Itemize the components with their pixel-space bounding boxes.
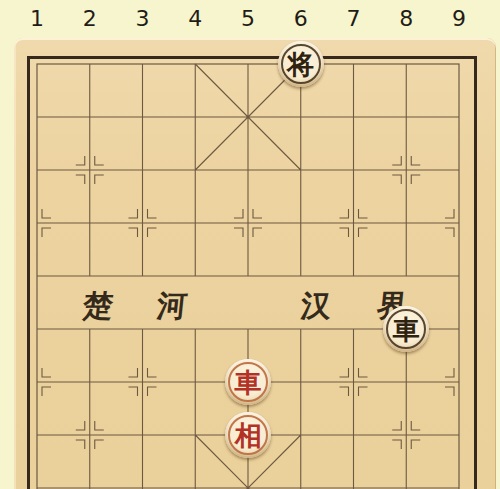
xiangqi-app-screen: 123456789 楚河汉界 将車車相 [0, 0, 500, 489]
river-char-1: 楚 [74, 286, 122, 327]
piece-glyph: 車 [393, 316, 420, 343]
piece-red-chariot[interactable]: 車 [225, 359, 271, 405]
piece-red-elephant[interactable]: 相 [225, 412, 271, 458]
river-char-3: 汉 [292, 286, 340, 327]
piece-glyph: 将 [287, 51, 314, 78]
piece-glyph: 相 [235, 422, 262, 449]
piece-black-chariot[interactable]: 車 [383, 306, 429, 352]
piece-black-general[interactable]: 将 [278, 41, 324, 87]
river-char-2: 河 [148, 286, 196, 327]
piece-glyph: 車 [235, 369, 262, 396]
